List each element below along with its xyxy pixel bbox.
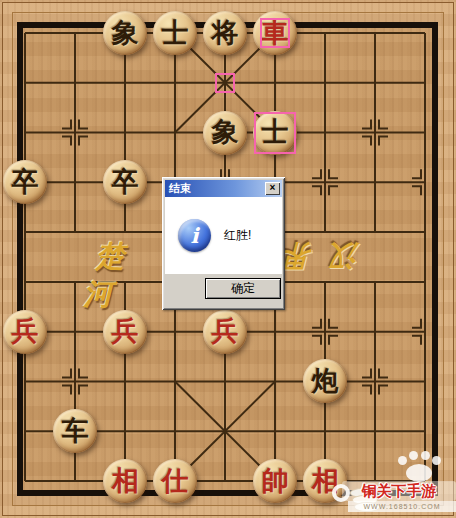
piece-glyph: 象 — [112, 20, 139, 47]
piece-red-soldier[interactable]: 兵 — [3, 310, 47, 354]
piece-red-general[interactable]: 帥 — [253, 459, 297, 503]
piece-black-chariot[interactable]: 车 — [53, 409, 97, 453]
close-icon[interactable]: × — [265, 182, 280, 195]
watermark-url: WWW.168510.COM — [348, 501, 456, 512]
piece-glyph: 士 — [262, 119, 289, 146]
piece-black-advisor[interactable]: 士 — [253, 111, 297, 155]
piece-glyph: 象 — [212, 119, 239, 146]
dialog-title-bar[interactable]: 结束 × — [165, 180, 282, 197]
info-icon: i — [178, 219, 211, 252]
piece-glyph: 将 — [212, 20, 239, 47]
piece-black-soldier[interactable]: 卒 — [3, 160, 47, 204]
dialog-footer: 确定 — [165, 274, 282, 307]
piece-glyph: 车 — [62, 418, 89, 445]
piece-glyph: 帥 — [262, 468, 289, 495]
piece-glyph: 炮 — [312, 368, 339, 395]
piece-red-chariot[interactable]: 車 — [253, 11, 297, 55]
piece-black-soldier[interactable]: 卒 — [103, 160, 147, 204]
piece-black-elephant[interactable]: 象 — [203, 111, 247, 155]
river-label-left: 楚河 — [50, 237, 170, 275]
piece-glyph: 士 — [162, 20, 189, 47]
piece-black-advisor[interactable]: 士 — [153, 11, 197, 55]
dialog-title: 结束 — [169, 181, 265, 196]
piece-glyph: 相 — [112, 468, 139, 495]
game-over-dialog: 结束 × i 红胜! 确定 — [162, 177, 285, 310]
piece-red-advisor[interactable]: 仕 — [153, 459, 197, 503]
piece-glyph: 卒 — [12, 169, 39, 196]
dialog-body: i 红胜! — [165, 197, 282, 274]
piece-glyph: 兵 — [112, 318, 139, 345]
result-message: 红胜! — [224, 227, 251, 244]
piece-glyph: 車 — [262, 20, 289, 47]
xiangqi-game-screen: 楚河 汉界 象士将車象士卒卒兵兵兵炮车相仕帥相 结束 × i 红胜! 确定 铜关… — [0, 0, 456, 518]
piece-glyph: 相 — [312, 468, 339, 495]
piece-red-elephant[interactable]: 相 — [303, 459, 347, 503]
piece-red-elephant[interactable]: 相 — [103, 459, 147, 503]
piece-glyph: 卒 — [112, 169, 139, 196]
piece-glyph: 仕 — [162, 468, 189, 495]
piece-black-general[interactable]: 将 — [203, 11, 247, 55]
piece-black-elephant[interactable]: 象 — [103, 11, 147, 55]
piece-glyph: 兵 — [12, 318, 39, 345]
piece-red-soldier[interactable]: 兵 — [103, 310, 147, 354]
piece-red-soldier[interactable]: 兵 — [203, 310, 247, 354]
piece-glyph: 兵 — [212, 318, 239, 345]
ok-button[interactable]: 确定 — [205, 278, 281, 299]
